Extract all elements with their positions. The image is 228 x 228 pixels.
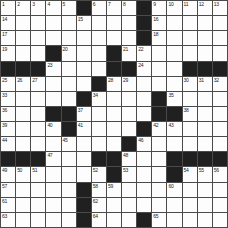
crossword-cell[interactable] — [16, 198, 30, 212]
crossword-cell[interactable] — [213, 107, 227, 121]
crossword-cell[interactable] — [167, 31, 181, 45]
clue-number: 6 — [93, 1, 95, 7]
crossword-cell[interactable]: 63 — [1, 213, 15, 227]
crossword-cell[interactable] — [62, 152, 76, 166]
clue-number: 60 — [168, 183, 173, 189]
crossword-cell[interactable] — [213, 92, 227, 106]
clue-number: 4 — [47, 1, 49, 7]
crossword-cell[interactable] — [198, 137, 212, 151]
clue-number: 35 — [168, 92, 173, 98]
crossword-cell[interactable]: 45 — [62, 137, 76, 151]
crossword-cell[interactable] — [167, 198, 181, 212]
crossword-cell[interactable] — [107, 122, 121, 136]
crossword-cell[interactable] — [167, 46, 181, 60]
crossword-cell[interactable]: 55 — [198, 167, 212, 181]
crossword-cell[interactable]: 19 — [1, 46, 15, 60]
black-cell — [137, 122, 151, 136]
crossword-cell[interactable] — [213, 137, 227, 151]
clue-number: 58 — [93, 183, 98, 189]
crossword-cell[interactable] — [183, 46, 197, 60]
black-cell — [62, 122, 76, 136]
clue-number: 57 — [2, 183, 7, 189]
crossword-cell[interactable] — [183, 31, 197, 45]
crossword-cell[interactable]: 49 — [1, 167, 15, 181]
crossword-cell[interactable]: 17 — [1, 31, 15, 45]
crossword-cell[interactable] — [46, 183, 60, 197]
clue-number: 31 — [199, 77, 204, 83]
crossword-cell[interactable] — [107, 92, 121, 106]
black-cell — [107, 62, 121, 76]
crossword-cell[interactable]: 58 — [92, 183, 106, 197]
crossword-cell[interactable] — [77, 31, 91, 45]
black-cell — [213, 152, 227, 166]
clue-number: 14 — [2, 16, 7, 22]
crossword-cell[interactable] — [16, 183, 30, 197]
crossword-cell[interactable]: 42 — [152, 122, 166, 136]
crossword-cell[interactable] — [137, 152, 151, 166]
crossword-cell[interactable] — [198, 92, 212, 106]
clue-number: 13 — [214, 1, 219, 7]
clue-number: 5 — [63, 1, 65, 7]
crossword-cell[interactable]: 56 — [213, 167, 227, 181]
crossword-cell[interactable] — [213, 213, 227, 227]
crossword-cell[interactable]: 51 — [31, 167, 45, 181]
clue-number: 63 — [2, 213, 7, 219]
crossword-cell[interactable]: 20 — [62, 46, 76, 60]
clue-number: 54 — [184, 167, 189, 173]
clue-number: 51 — [32, 167, 37, 173]
crossword-cell[interactable]: 50 — [16, 167, 30, 181]
crossword-cell[interactable]: 54 — [183, 167, 197, 181]
crossword-cell[interactable] — [62, 198, 76, 212]
crossword-cell[interactable] — [31, 213, 45, 227]
clue-number: 42 — [153, 122, 158, 128]
black-cell — [167, 167, 181, 181]
crossword-cell[interactable]: 1 — [1, 1, 15, 15]
crossword-cell[interactable] — [16, 31, 30, 45]
crossword-cell[interactable]: 25 — [1, 77, 15, 91]
crossword-cell[interactable]: 48 — [122, 152, 136, 166]
clue-number: 46 — [138, 137, 143, 143]
crossword-cell[interactable] — [167, 62, 181, 76]
black-cell — [77, 183, 91, 197]
crossword-cell[interactable] — [77, 167, 91, 181]
crossword-cell[interactable]: 11 — [183, 1, 197, 15]
black-cell — [62, 107, 76, 121]
crossword-cell[interactable]: 40 — [46, 122, 60, 136]
crossword-cell[interactable] — [92, 31, 106, 45]
clue-number: 23 — [47, 62, 52, 68]
crossword-cell[interactable] — [31, 183, 45, 197]
clue-number: 53 — [123, 167, 128, 173]
crossword-cell[interactable] — [31, 16, 45, 30]
crossword-cell[interactable] — [107, 198, 121, 212]
crossword-cell[interactable] — [183, 122, 197, 136]
crossword-cell[interactable] — [107, 16, 121, 30]
crossword-cell[interactable]: 30 — [183, 77, 197, 91]
black-cell — [46, 46, 60, 60]
crossword-cell[interactable] — [198, 183, 212, 197]
crossword-cell[interactable] — [183, 16, 197, 30]
crossword-cell[interactable]: 33 — [1, 92, 15, 106]
black-cell — [137, 213, 151, 227]
black-cell — [183, 152, 197, 166]
crossword-cell[interactable] — [16, 213, 30, 227]
crossword-cell[interactable] — [16, 137, 30, 151]
black-cell — [77, 1, 91, 15]
crossword-cell[interactable] — [198, 16, 212, 30]
crossword-cell[interactable] — [77, 152, 91, 166]
crossword-cell[interactable] — [107, 31, 121, 45]
crossword-cell[interactable] — [46, 92, 60, 106]
black-cell — [107, 46, 121, 60]
crossword-cell[interactable] — [152, 152, 166, 166]
crossword-cell[interactable] — [152, 46, 166, 60]
crossword-cell[interactable] — [152, 198, 166, 212]
crossword-cell[interactable] — [31, 31, 45, 45]
crossword-cell[interactable]: 60 — [167, 183, 181, 197]
clue-number: 61 — [2, 198, 7, 204]
clue-number: 30 — [184, 77, 189, 83]
crossword-cell[interactable] — [16, 122, 30, 136]
clue-number: 15 — [78, 16, 83, 22]
crossword-cell[interactable] — [31, 46, 45, 60]
crossword-cell[interactable]: 4 — [46, 1, 60, 15]
clue-number: 50 — [17, 167, 22, 173]
crossword-cell[interactable]: 26 — [16, 77, 30, 91]
crossword-cell[interactable] — [152, 137, 166, 151]
crossword-cell[interactable]: 41 — [77, 122, 91, 136]
black-cell — [122, 137, 136, 151]
black-cell — [107, 167, 121, 181]
crossword-cell[interactable] — [213, 16, 227, 30]
black-cell — [92, 152, 106, 166]
crossword-cell[interactable] — [167, 213, 181, 227]
crossword-cell[interactable] — [16, 46, 30, 60]
clue-number: 43 — [168, 122, 173, 128]
crossword-cell[interactable] — [183, 198, 197, 212]
clue-number: 17 — [2, 31, 7, 37]
crossword-cell[interactable] — [122, 122, 136, 136]
clue-number: 9 — [153, 1, 155, 7]
clue-number: 45 — [63, 137, 68, 143]
crossword-cell[interactable]: 3 — [31, 1, 45, 15]
crossword-cell[interactable]: 65 — [152, 213, 166, 227]
crossword-cell[interactable]: 2 — [16, 1, 30, 15]
crossword-cell[interactable] — [62, 77, 76, 91]
crossword-cell[interactable] — [137, 77, 151, 91]
clue-number: 24 — [138, 62, 143, 68]
crossword-cell[interactable] — [213, 46, 227, 60]
crossword-cell[interactable] — [213, 122, 227, 136]
crossword-cell[interactable]: 14 — [1, 16, 15, 30]
crossword-cell[interactable]: 5 — [62, 1, 76, 15]
clue-number: 8 — [123, 1, 125, 7]
crossword-cell[interactable] — [152, 167, 166, 181]
black-cell — [122, 62, 136, 76]
crossword-cell[interactable] — [77, 46, 91, 60]
clue-number: 40 — [47, 122, 52, 128]
black-cell — [107, 152, 121, 166]
black-cell — [77, 213, 91, 227]
crossword-cell[interactable] — [183, 213, 197, 227]
crossword-cell[interactable] — [46, 137, 60, 151]
clue-number: 27 — [32, 77, 37, 83]
crossword-cell[interactable]: 12 — [198, 1, 212, 15]
clue-number: 22 — [138, 46, 143, 52]
crossword-cell[interactable]: 23 — [46, 62, 60, 76]
crossword-cell[interactable]: 18 — [152, 31, 166, 45]
black-cell — [152, 107, 166, 121]
crossword-cell[interactable]: 29 — [122, 77, 136, 91]
crossword-cell[interactable] — [152, 77, 166, 91]
clue-number: 38 — [184, 107, 189, 113]
crossword-cell[interactable]: 21 — [122, 46, 136, 60]
crossword-cell[interactable] — [198, 46, 212, 60]
clue-number: 29 — [123, 77, 128, 83]
clue-number: 25 — [2, 77, 7, 83]
crossword-cell[interactable] — [92, 137, 106, 151]
clue-number: 3 — [32, 1, 34, 7]
clue-number: 12 — [199, 1, 204, 7]
crossword-cell[interactable] — [122, 31, 136, 45]
crossword-cell[interactable]: 28 — [107, 77, 121, 91]
clue-number: 49 — [2, 167, 7, 173]
crossword-cell[interactable]: 61 — [1, 198, 15, 212]
black-cell — [198, 62, 212, 76]
crossword-cell[interactable] — [16, 92, 30, 106]
clue-number: 48 — [123, 152, 128, 158]
clue-number: 16 — [153, 16, 158, 22]
clue-number: 18 — [153, 31, 158, 37]
crossword-cell[interactable] — [31, 92, 45, 106]
crossword-cell[interactable] — [62, 92, 76, 106]
crossword-cell[interactable]: 64 — [92, 213, 106, 227]
black-cell — [198, 152, 212, 166]
crossword-cell[interactable] — [46, 16, 60, 30]
crossword-cell[interactable]: 13 — [213, 1, 227, 15]
crossword-cell[interactable] — [152, 62, 166, 76]
black-cell — [152, 92, 166, 106]
crossword-cell[interactable] — [62, 16, 76, 30]
crossword-cell[interactable] — [46, 31, 60, 45]
clue-number: 56 — [214, 167, 219, 173]
crossword-cell[interactable]: 36 — [1, 107, 15, 121]
clue-number: 64 — [93, 213, 98, 219]
crossword-cell[interactable] — [198, 122, 212, 136]
crossword-cell[interactable] — [92, 122, 106, 136]
crossword-cell[interactable] — [92, 62, 106, 76]
crossword-cell[interactable] — [137, 198, 151, 212]
crossword-cell[interactable] — [122, 92, 136, 106]
crossword-cell[interactable] — [137, 107, 151, 121]
crossword-cell[interactable] — [198, 198, 212, 212]
crossword-cell[interactable] — [46, 77, 60, 91]
clue-number: 7 — [108, 1, 110, 7]
black-cell — [213, 62, 227, 76]
crossword-cell[interactable] — [122, 16, 136, 30]
crossword-cell[interactable]: 46 — [137, 137, 151, 151]
crossword-grid: 1234567891011121314151617181920212223242… — [0, 0, 228, 228]
clue-number: 19 — [2, 46, 7, 52]
crossword-cell[interactable]: 35 — [167, 92, 181, 106]
clue-number: 28 — [108, 77, 113, 83]
black-cell — [16, 62, 30, 76]
crossword-cell[interactable]: 43 — [167, 122, 181, 136]
crossword-cell[interactable] — [137, 183, 151, 197]
crossword-cell[interactable] — [107, 107, 121, 121]
crossword-cell[interactable]: 7 — [107, 1, 121, 15]
crossword-cell[interactable] — [16, 16, 30, 30]
crossword-cell[interactable] — [107, 213, 121, 227]
crossword-cell[interactable] — [16, 107, 30, 121]
crossword-cell[interactable]: 39 — [1, 122, 15, 136]
crossword-cell[interactable] — [46, 198, 60, 212]
crossword-cell[interactable] — [77, 77, 91, 91]
clue-number: 33 — [2, 92, 7, 98]
crossword-cell[interactable] — [62, 62, 76, 76]
crossword-cell[interactable] — [152, 183, 166, 197]
crossword-cell[interactable]: 59 — [107, 183, 121, 197]
crossword-cell[interactable] — [137, 167, 151, 181]
black-cell — [46, 107, 60, 121]
crossword-cell[interactable] — [31, 107, 45, 121]
clue-number: 20 — [63, 46, 68, 52]
clue-number: 65 — [153, 213, 158, 219]
crossword-cell[interactable]: 9 — [152, 1, 166, 15]
black-cell — [167, 152, 181, 166]
crossword-cell[interactable] — [167, 137, 181, 151]
black-cell — [1, 152, 15, 166]
crossword-cell[interactable] — [213, 183, 227, 197]
clue-number: 62 — [93, 198, 98, 204]
crossword-cell[interactable] — [77, 62, 91, 76]
crossword-cell[interactable]: 52 — [92, 167, 106, 181]
crossword-cell[interactable]: 62 — [92, 198, 106, 212]
crossword-cell[interactable] — [122, 213, 136, 227]
clue-number: 10 — [168, 1, 173, 7]
crossword-cell[interactable] — [46, 213, 60, 227]
crossword-cell[interactable]: 32 — [213, 77, 227, 91]
black-cell — [137, 31, 151, 45]
black-cell — [183, 62, 197, 76]
crossword-cell[interactable]: 34 — [92, 92, 106, 106]
clue-number: 36 — [2, 107, 7, 113]
clue-number: 55 — [199, 167, 204, 173]
crossword-cell[interactable] — [77, 137, 91, 151]
clue-number: 39 — [2, 122, 7, 128]
clue-number: 37 — [78, 107, 83, 113]
crossword-cell[interactable]: 53 — [122, 167, 136, 181]
crossword-cell[interactable] — [62, 31, 76, 45]
crossword-cell[interactable]: 37 — [77, 107, 91, 121]
clue-number: 44 — [2, 137, 7, 143]
clue-number: 32 — [214, 77, 219, 83]
black-cell — [16, 152, 30, 166]
crossword-cell[interactable] — [122, 198, 136, 212]
black-cell — [77, 92, 91, 106]
crossword-cell[interactable] — [167, 16, 181, 30]
clue-number: 59 — [108, 183, 113, 189]
clue-number: 11 — [184, 1, 189, 7]
crossword-cell[interactable] — [107, 137, 121, 151]
crossword-cell[interactable] — [183, 183, 197, 197]
crossword-cell[interactable] — [62, 213, 76, 227]
crossword-cell[interactable]: 6 — [92, 1, 106, 15]
crossword-cell[interactable] — [92, 16, 106, 30]
black-cell — [137, 1, 151, 15]
crossword-cell[interactable]: 8 — [122, 1, 136, 15]
clue-number: 26 — [17, 77, 22, 83]
crossword-cell[interactable]: 47 — [46, 152, 60, 166]
crossword-cell[interactable] — [31, 137, 45, 151]
clue-number: 1 — [2, 1, 4, 7]
crossword-cell[interactable] — [31, 198, 45, 212]
clue-number: 47 — [47, 152, 52, 158]
black-cell — [31, 62, 45, 76]
crossword-cell[interactable]: 38 — [183, 107, 197, 121]
crossword-cell[interactable] — [122, 107, 136, 121]
crossword-cell[interactable]: 57 — [1, 183, 15, 197]
black-cell — [31, 152, 45, 166]
clue-number: 21 — [123, 46, 128, 52]
crossword-cell[interactable] — [62, 183, 76, 197]
crossword-cell[interactable] — [137, 92, 151, 106]
crossword-cell[interactable]: 10 — [167, 1, 181, 15]
crossword-cell[interactable]: 16 — [152, 16, 166, 30]
crossword-cell[interactable] — [122, 183, 136, 197]
crossword-cell[interactable] — [213, 31, 227, 45]
clue-number: 52 — [93, 167, 98, 173]
black-cell — [167, 107, 181, 121]
crossword-cell[interactable]: 31 — [198, 77, 212, 91]
black-cell — [77, 198, 91, 212]
crossword-cell[interactable] — [62, 167, 76, 181]
crossword-cell[interactable] — [46, 167, 60, 181]
crossword-cell[interactable] — [213, 198, 227, 212]
clue-number: 41 — [78, 122, 83, 128]
crossword-cell[interactable]: 15 — [77, 16, 91, 30]
crossword-cell[interactable]: 22 — [137, 46, 151, 60]
crossword-cell[interactable] — [31, 122, 45, 136]
black-cell — [137, 16, 151, 30]
crossword-cell[interactable] — [198, 107, 212, 121]
crossword-cell[interactable] — [92, 46, 106, 60]
crossword-cell[interactable] — [198, 31, 212, 45]
crossword-cell[interactable]: 24 — [137, 62, 151, 76]
clue-number: 34 — [93, 92, 98, 98]
crossword-cell[interactable]: 44 — [1, 137, 15, 151]
crossword-cell[interactable] — [198, 213, 212, 227]
clue-number: 2 — [17, 1, 19, 7]
black-cell — [92, 77, 106, 91]
crossword-cell[interactable] — [92, 107, 106, 121]
crossword-cell[interactable] — [183, 92, 197, 106]
crossword-cell[interactable]: 27 — [31, 77, 45, 91]
black-cell — [1, 62, 15, 76]
crossword-cell[interactable] — [183, 137, 197, 151]
crossword-cell[interactable] — [167, 77, 181, 91]
